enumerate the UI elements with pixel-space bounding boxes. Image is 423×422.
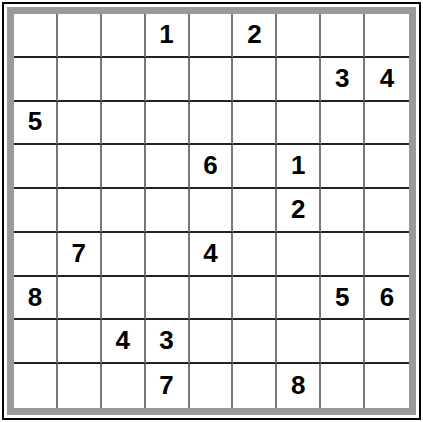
given-digit: 6 xyxy=(380,284,394,310)
given-digit: 4 xyxy=(380,65,394,91)
cell-r5c5[interactable] xyxy=(190,189,234,233)
cell-r9c5[interactable] xyxy=(190,364,234,408)
cell-r9c4[interactable]: 7 xyxy=(146,364,190,408)
cell-r1c4[interactable]: 1 xyxy=(146,14,190,58)
given-digit: 5 xyxy=(335,284,349,310)
cell-r7c2[interactable] xyxy=(58,277,102,321)
cell-r2c2[interactable] xyxy=(58,58,102,102)
cell-r4c8[interactable] xyxy=(321,145,365,189)
cell-r1c5[interactable] xyxy=(190,14,234,58)
cell-r4c3[interactable] xyxy=(102,145,146,189)
cell-r2c6[interactable] xyxy=(233,58,277,102)
cell-r7c9[interactable]: 6 xyxy=(365,277,409,321)
cell-r1c9[interactable] xyxy=(365,14,409,58)
cell-r4c9[interactable] xyxy=(365,145,409,189)
cell-r9c3[interactable] xyxy=(102,364,146,408)
cell-r3c6[interactable] xyxy=(233,102,277,146)
cell-r3c8[interactable] xyxy=(321,102,365,146)
cell-r7c5[interactable] xyxy=(190,277,234,321)
cell-r3c7[interactable] xyxy=(277,102,321,146)
cell-r3c9[interactable] xyxy=(365,102,409,146)
cell-r8c6[interactable] xyxy=(233,320,277,364)
cell-r6c1[interactable] xyxy=(14,233,58,277)
cell-r5c8[interactable] xyxy=(321,189,365,233)
given-digit: 1 xyxy=(291,152,305,178)
given-digit: 2 xyxy=(247,21,261,47)
given-digit: 4 xyxy=(203,240,217,266)
cell-r5c7[interactable]: 2 xyxy=(277,189,321,233)
cell-r8c3[interactable]: 4 xyxy=(102,320,146,364)
cell-r7c6[interactable] xyxy=(233,277,277,321)
cell-r2c3[interactable] xyxy=(102,58,146,102)
cell-r8c7[interactable] xyxy=(277,320,321,364)
cell-r6c2[interactable]: 7 xyxy=(58,233,102,277)
cell-r3c1[interactable]: 5 xyxy=(14,102,58,146)
given-digit: 1 xyxy=(159,21,173,47)
cell-r6c7[interactable] xyxy=(277,233,321,277)
given-digit: 7 xyxy=(72,240,86,266)
cell-r9c2[interactable] xyxy=(58,364,102,408)
cell-r6c8[interactable] xyxy=(321,233,365,277)
cell-r9c1[interactable] xyxy=(14,364,58,408)
cell-r9c7[interactable]: 8 xyxy=(277,364,321,408)
given-digit: 8 xyxy=(28,284,42,310)
cell-r2c8[interactable]: 3 xyxy=(321,58,365,102)
cell-r8c5[interactable] xyxy=(190,320,234,364)
cell-r6c4[interactable] xyxy=(146,233,190,277)
cell-r5c4[interactable] xyxy=(146,189,190,233)
puzzle-board: 12345612748564378 xyxy=(2,2,421,420)
cell-r9c9[interactable] xyxy=(365,364,409,408)
cell-r8c8[interactable] xyxy=(321,320,365,364)
given-digit: 4 xyxy=(115,327,129,353)
cell-r2c7[interactable] xyxy=(277,58,321,102)
given-digit: 2 xyxy=(291,196,305,222)
cell-r4c1[interactable] xyxy=(14,145,58,189)
cell-r1c1[interactable] xyxy=(14,14,58,58)
cell-r4c4[interactable] xyxy=(146,145,190,189)
cell-r8c4[interactable]: 3 xyxy=(146,320,190,364)
cell-r1c7[interactable] xyxy=(277,14,321,58)
cell-r6c5[interactable]: 4 xyxy=(190,233,234,277)
cell-r5c2[interactable] xyxy=(58,189,102,233)
cell-r1c3[interactable] xyxy=(102,14,146,58)
cell-r6c9[interactable] xyxy=(365,233,409,277)
cell-r5c9[interactable] xyxy=(365,189,409,233)
given-digit: 3 xyxy=(159,327,173,353)
cell-r7c7[interactable] xyxy=(277,277,321,321)
cell-r9c6[interactable] xyxy=(233,364,277,408)
cell-r3c2[interactable] xyxy=(58,102,102,146)
cell-r7c4[interactable] xyxy=(146,277,190,321)
cell-r1c2[interactable] xyxy=(58,14,102,58)
cell-r8c1[interactable] xyxy=(14,320,58,364)
given-digit: 8 xyxy=(291,372,305,398)
cell-r3c5[interactable] xyxy=(190,102,234,146)
cell-r4c5[interactable]: 6 xyxy=(190,145,234,189)
given-digit: 6 xyxy=(203,152,217,178)
cell-r6c3[interactable] xyxy=(102,233,146,277)
cell-r2c4[interactable] xyxy=(146,58,190,102)
cell-r2c1[interactable] xyxy=(14,58,58,102)
cell-r1c8[interactable] xyxy=(321,14,365,58)
cell-r4c2[interactable] xyxy=(58,145,102,189)
cell-r5c1[interactable] xyxy=(14,189,58,233)
cell-r7c1[interactable]: 8 xyxy=(14,277,58,321)
cell-r8c9[interactable] xyxy=(365,320,409,364)
given-digit: 3 xyxy=(335,65,349,91)
puzzle-grid: 12345612748564378 xyxy=(14,14,409,408)
cell-r5c6[interactable] xyxy=(233,189,277,233)
cell-r3c4[interactable] xyxy=(146,102,190,146)
cell-r2c5[interactable] xyxy=(190,58,234,102)
given-digit: 5 xyxy=(28,108,42,134)
cell-r4c7[interactable]: 1 xyxy=(277,145,321,189)
given-digit: 7 xyxy=(159,372,173,398)
cell-r3c3[interactable] xyxy=(102,102,146,146)
cell-r6c6[interactable] xyxy=(233,233,277,277)
board-frame: 12345612748564378 xyxy=(7,7,416,415)
cell-r7c3[interactable] xyxy=(102,277,146,321)
cell-r1c6[interactable]: 2 xyxy=(233,14,277,58)
cell-r8c2[interactable] xyxy=(58,320,102,364)
cell-r4c6[interactable] xyxy=(233,145,277,189)
cell-r5c3[interactable] xyxy=(102,189,146,233)
cell-r2c9[interactable]: 4 xyxy=(365,58,409,102)
cell-r9c8[interactable] xyxy=(321,364,365,408)
cell-r7c8[interactable]: 5 xyxy=(321,277,365,321)
